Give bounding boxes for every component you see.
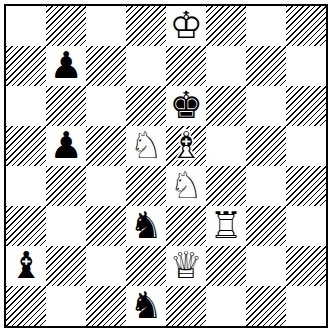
square-a3[interactable] bbox=[6, 206, 46, 246]
square-e2[interactable]: ♛♕ bbox=[166, 246, 206, 286]
square-h1[interactable] bbox=[286, 286, 326, 326]
square-a1[interactable] bbox=[6, 286, 46, 326]
square-g3[interactable] bbox=[246, 206, 286, 246]
piece-glyph: ♕ bbox=[166, 246, 206, 286]
black-pawn-b7[interactable]: ♟♟ bbox=[46, 46, 86, 86]
piece-glyph: ♔ bbox=[166, 6, 206, 46]
chess-board: ♚♔♟♟♚♚♟♟♞♘♝♗♞♘♞♞♜♖♝♝♛♕♞♞ bbox=[6, 6, 326, 326]
square-g4[interactable] bbox=[246, 166, 286, 206]
piece-glyph: ♞ bbox=[126, 286, 166, 326]
square-g7[interactable] bbox=[246, 46, 286, 86]
square-c8[interactable] bbox=[86, 6, 126, 46]
square-a5[interactable] bbox=[6, 126, 46, 166]
black-king-e6[interactable]: ♚♚ bbox=[166, 86, 206, 126]
square-h3[interactable] bbox=[286, 206, 326, 246]
white-bishop-e5[interactable]: ♝♗ bbox=[166, 126, 206, 166]
white-knight-e4[interactable]: ♞♘ bbox=[166, 166, 206, 206]
square-b7[interactable]: ♟♟ bbox=[46, 46, 86, 86]
square-f4[interactable] bbox=[206, 166, 246, 206]
square-b8[interactable] bbox=[46, 6, 86, 46]
square-d8[interactable] bbox=[126, 6, 166, 46]
square-h8[interactable] bbox=[286, 6, 326, 46]
square-c3[interactable] bbox=[86, 206, 126, 246]
square-b3[interactable] bbox=[46, 206, 86, 246]
chess-diagram: ♚♔♟♟♚♚♟♟♞♘♝♗♞♘♞♞♜♖♝♝♛♕♞♞ bbox=[0, 0, 332, 332]
square-e6[interactable]: ♚♚ bbox=[166, 86, 206, 126]
piece-glyph: ♘ bbox=[166, 166, 206, 206]
square-a6[interactable] bbox=[6, 86, 46, 126]
square-g8[interactable] bbox=[246, 6, 286, 46]
square-f1[interactable] bbox=[206, 286, 246, 326]
square-f8[interactable] bbox=[206, 6, 246, 46]
square-c2[interactable] bbox=[86, 246, 126, 286]
square-c1[interactable] bbox=[86, 286, 126, 326]
square-a8[interactable] bbox=[6, 6, 46, 46]
square-d2[interactable] bbox=[126, 246, 166, 286]
white-queen-e2[interactable]: ♛♕ bbox=[166, 246, 206, 286]
piece-glyph: ♘ bbox=[126, 126, 166, 166]
white-knight-d5[interactable]: ♞♘ bbox=[126, 126, 166, 166]
square-c4[interactable] bbox=[86, 166, 126, 206]
square-d7[interactable] bbox=[126, 46, 166, 86]
piece-glyph: ♗ bbox=[166, 126, 206, 166]
square-c7[interactable] bbox=[86, 46, 126, 86]
square-b4[interactable] bbox=[46, 166, 86, 206]
square-f5[interactable] bbox=[206, 126, 246, 166]
square-h6[interactable] bbox=[286, 86, 326, 126]
square-d6[interactable] bbox=[126, 86, 166, 126]
black-bishop-a2[interactable]: ♝♝ bbox=[6, 246, 46, 286]
square-f6[interactable] bbox=[206, 86, 246, 126]
square-c5[interactable] bbox=[86, 126, 126, 166]
square-h2[interactable] bbox=[286, 246, 326, 286]
square-h4[interactable] bbox=[286, 166, 326, 206]
square-g2[interactable] bbox=[246, 246, 286, 286]
piece-glyph: ♟ bbox=[46, 126, 86, 166]
piece-glyph: ♖ bbox=[206, 206, 246, 246]
square-f2[interactable] bbox=[206, 246, 246, 286]
square-c6[interactable] bbox=[86, 86, 126, 126]
black-knight-d3[interactable]: ♞♞ bbox=[126, 206, 166, 246]
square-d1[interactable]: ♞♞ bbox=[126, 286, 166, 326]
square-g5[interactable] bbox=[246, 126, 286, 166]
square-d5[interactable]: ♞♘ bbox=[126, 126, 166, 166]
square-g1[interactable] bbox=[246, 286, 286, 326]
black-pawn-b5[interactable]: ♟♟ bbox=[46, 126, 86, 166]
square-e5[interactable]: ♝♗ bbox=[166, 126, 206, 166]
square-f3[interactable]: ♜♖ bbox=[206, 206, 246, 246]
square-a4[interactable] bbox=[6, 166, 46, 206]
square-d3[interactable]: ♞♞ bbox=[126, 206, 166, 246]
square-b1[interactable] bbox=[46, 286, 86, 326]
square-a7[interactable] bbox=[6, 46, 46, 86]
board-frame: ♚♔♟♟♚♚♟♟♞♘♝♗♞♘♞♞♜♖♝♝♛♕♞♞ bbox=[4, 4, 328, 328]
square-e8[interactable]: ♚♔ bbox=[166, 6, 206, 46]
white-rook-f3[interactable]: ♜♖ bbox=[206, 206, 246, 246]
piece-glyph: ♞ bbox=[126, 206, 166, 246]
square-b6[interactable] bbox=[46, 86, 86, 126]
square-e4[interactable]: ♞♘ bbox=[166, 166, 206, 206]
piece-glyph: ♝ bbox=[6, 246, 46, 286]
square-f7[interactable] bbox=[206, 46, 246, 86]
square-h7[interactable] bbox=[286, 46, 326, 86]
square-e7[interactable] bbox=[166, 46, 206, 86]
square-h5[interactable] bbox=[286, 126, 326, 166]
square-e1[interactable] bbox=[166, 286, 206, 326]
piece-glyph: ♟ bbox=[46, 46, 86, 86]
black-knight-d1[interactable]: ♞♞ bbox=[126, 286, 166, 326]
piece-glyph: ♚ bbox=[166, 86, 206, 126]
square-g6[interactable] bbox=[246, 86, 286, 126]
square-e3[interactable] bbox=[166, 206, 206, 246]
square-d4[interactable] bbox=[126, 166, 166, 206]
square-b2[interactable] bbox=[46, 246, 86, 286]
square-b5[interactable]: ♟♟ bbox=[46, 126, 86, 166]
square-a2[interactable]: ♝♝ bbox=[6, 246, 46, 286]
white-king-e8[interactable]: ♚♔ bbox=[166, 6, 206, 46]
